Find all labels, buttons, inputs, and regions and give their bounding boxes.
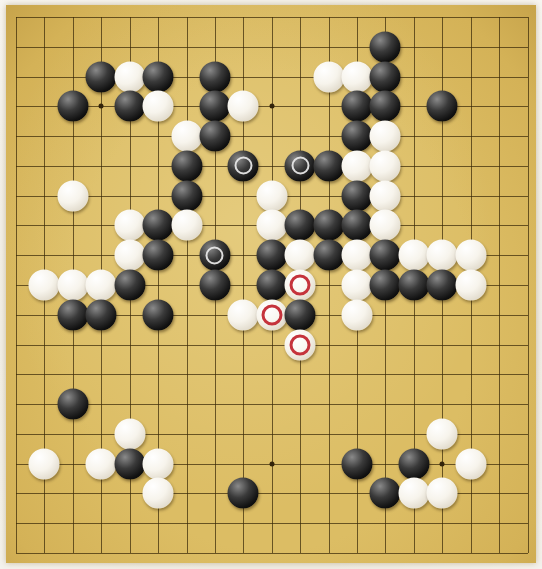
stone-white[interactable] bbox=[114, 61, 145, 92]
stone-black[interactable] bbox=[114, 448, 145, 479]
stone-black[interactable] bbox=[114, 91, 145, 122]
stone-white[interactable] bbox=[427, 240, 458, 271]
stone-black[interactable] bbox=[285, 150, 316, 181]
stone-white[interactable] bbox=[256, 180, 287, 211]
red-circle-marker-icon bbox=[261, 304, 282, 325]
stone-black[interactable] bbox=[285, 299, 316, 330]
stone-white[interactable] bbox=[143, 478, 174, 509]
stone-white[interactable] bbox=[256, 210, 287, 241]
stone-black[interactable] bbox=[427, 91, 458, 122]
stone-black[interactable] bbox=[342, 448, 373, 479]
red-circle-marker-icon bbox=[290, 275, 311, 296]
stone-black[interactable] bbox=[342, 121, 373, 152]
star-point bbox=[440, 461, 445, 466]
stone-black[interactable] bbox=[370, 31, 401, 62]
stone-white[interactable] bbox=[370, 210, 401, 241]
stone-white[interactable] bbox=[370, 150, 401, 181]
stone-white[interactable] bbox=[342, 270, 373, 301]
stone-white[interactable] bbox=[171, 210, 202, 241]
white-circle-marker-icon bbox=[206, 246, 224, 264]
grid-line-horizontal bbox=[16, 523, 528, 524]
stone-black[interactable] bbox=[171, 180, 202, 211]
grid-line-horizontal bbox=[16, 166, 528, 167]
stone-white[interactable] bbox=[313, 61, 344, 92]
stone-white[interactable] bbox=[370, 121, 401, 152]
stone-white[interactable] bbox=[114, 210, 145, 241]
stone-black[interactable] bbox=[143, 240, 174, 271]
stone-white[interactable] bbox=[114, 240, 145, 271]
stone-white[interactable] bbox=[285, 270, 316, 301]
stone-white[interactable] bbox=[285, 329, 316, 360]
go-broadcast-screenshot: { "game": "go", "board_size": 19, "posit… bbox=[0, 0, 542, 569]
stone-black[interactable] bbox=[313, 210, 344, 241]
stone-white[interactable] bbox=[256, 299, 287, 330]
stone-white[interactable] bbox=[285, 240, 316, 271]
stone-white[interactable] bbox=[370, 180, 401, 211]
stone-black[interactable] bbox=[370, 240, 401, 271]
video-frame-background bbox=[0, 0, 542, 569]
stone-black[interactable] bbox=[313, 240, 344, 271]
stone-white[interactable] bbox=[455, 448, 486, 479]
stone-black[interactable] bbox=[398, 270, 429, 301]
go-board[interactable] bbox=[6, 5, 536, 563]
stone-white[interactable] bbox=[342, 299, 373, 330]
stone-black[interactable] bbox=[143, 210, 174, 241]
stone-black[interactable] bbox=[199, 121, 230, 152]
stone-black[interactable] bbox=[199, 91, 230, 122]
stone-white[interactable] bbox=[29, 270, 60, 301]
stone-white[interactable] bbox=[114, 418, 145, 449]
stone-white[interactable] bbox=[228, 91, 259, 122]
stone-white[interactable] bbox=[342, 150, 373, 181]
stone-white[interactable] bbox=[86, 448, 117, 479]
stone-white[interactable] bbox=[57, 270, 88, 301]
stone-white[interactable] bbox=[29, 448, 60, 479]
grid-line-horizontal bbox=[16, 404, 528, 405]
stone-black[interactable] bbox=[370, 91, 401, 122]
stone-white[interactable] bbox=[342, 240, 373, 271]
stone-black[interactable] bbox=[143, 299, 174, 330]
grid-line-horizontal bbox=[16, 553, 528, 554]
star-point bbox=[99, 104, 104, 109]
stone-black[interactable] bbox=[342, 210, 373, 241]
grid-line-horizontal bbox=[16, 47, 528, 48]
stone-black[interactable] bbox=[256, 240, 287, 271]
red-circle-marker-icon bbox=[290, 334, 311, 355]
stone-white[interactable] bbox=[143, 91, 174, 122]
stone-black[interactable] bbox=[86, 61, 117, 92]
stone-white[interactable] bbox=[143, 448, 174, 479]
stone-white[interactable] bbox=[86, 270, 117, 301]
stone-black[interactable] bbox=[199, 270, 230, 301]
stone-black[interactable] bbox=[370, 270, 401, 301]
star-point bbox=[269, 461, 274, 466]
stone-black[interactable] bbox=[313, 150, 344, 181]
grid-line-horizontal bbox=[16, 374, 528, 375]
stone-white[interactable] bbox=[427, 478, 458, 509]
stone-black[interactable] bbox=[427, 270, 458, 301]
stone-black[interactable] bbox=[228, 150, 259, 181]
stone-white[interactable] bbox=[455, 270, 486, 301]
stone-black[interactable] bbox=[398, 448, 429, 479]
grid-line-horizontal bbox=[16, 345, 528, 346]
stone-black[interactable] bbox=[57, 389, 88, 420]
stone-white[interactable] bbox=[398, 478, 429, 509]
stone-black[interactable] bbox=[114, 270, 145, 301]
stone-white[interactable] bbox=[342, 61, 373, 92]
stone-black[interactable] bbox=[57, 91, 88, 122]
star-point bbox=[269, 104, 274, 109]
stone-black[interactable] bbox=[370, 61, 401, 92]
stone-black[interactable] bbox=[256, 270, 287, 301]
stone-white[interactable] bbox=[228, 299, 259, 330]
stone-white[interactable] bbox=[427, 418, 458, 449]
stone-black[interactable] bbox=[285, 210, 316, 241]
stone-black[interactable] bbox=[86, 299, 117, 330]
grid-line-horizontal bbox=[16, 17, 528, 18]
stone-black[interactable] bbox=[199, 61, 230, 92]
stone-black[interactable] bbox=[228, 478, 259, 509]
stone-black[interactable] bbox=[342, 180, 373, 211]
stone-black[interactable] bbox=[171, 150, 202, 181]
stone-white[interactable] bbox=[57, 180, 88, 211]
white-circle-marker-icon bbox=[234, 157, 252, 175]
grid-line-horizontal bbox=[16, 136, 528, 137]
stone-white[interactable] bbox=[171, 121, 202, 152]
stone-black[interactable] bbox=[370, 478, 401, 509]
stone-black[interactable] bbox=[199, 240, 230, 271]
stone-black[interactable] bbox=[143, 61, 174, 92]
white-circle-marker-icon bbox=[291, 157, 309, 175]
stone-white[interactable] bbox=[455, 240, 486, 271]
stone-black[interactable] bbox=[342, 91, 373, 122]
grid-line-vertical bbox=[528, 17, 529, 553]
stone-white[interactable] bbox=[398, 240, 429, 271]
stone-black[interactable] bbox=[57, 299, 88, 330]
